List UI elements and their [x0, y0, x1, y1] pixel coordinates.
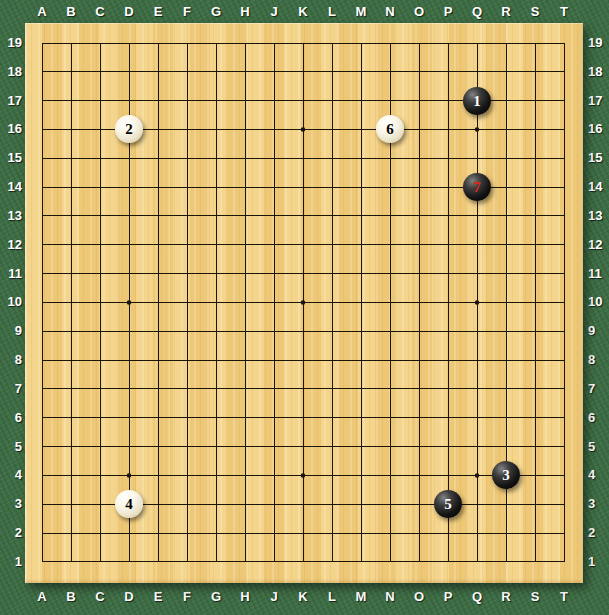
- stones-layer: 1234567: [25, 23, 583, 583]
- coord-label-top-F: F: [177, 4, 197, 20]
- coord-label-bottom-T: T: [554, 589, 574, 605]
- coord-label-right-2: 2: [586, 525, 609, 541]
- coord-label-right-10: 10: [586, 294, 609, 310]
- coord-label-bottom-N: N: [380, 589, 400, 605]
- coord-label-top-P: P: [438, 4, 458, 20]
- coord-label-bottom-O: O: [409, 589, 429, 605]
- coord-label-top-M: M: [351, 4, 371, 20]
- coord-label-left-18: 18: [0, 64, 22, 80]
- coord-label-bottom-H: H: [235, 589, 255, 605]
- coord-label-top-O: O: [409, 4, 429, 20]
- coord-label-right-4: 4: [586, 467, 609, 483]
- coord-label-top-N: N: [380, 4, 400, 20]
- coord-label-top-Q: Q: [467, 4, 487, 20]
- move-6-stone-white-n16: 6: [376, 115, 404, 143]
- coord-label-top-C: C: [90, 4, 110, 20]
- move-number-label: 6: [386, 121, 394, 137]
- coord-label-left-4: 4: [0, 467, 22, 483]
- move-5-stone-black-p3: 5: [434, 490, 462, 518]
- move-7-stone-black-q14: 7: [463, 173, 491, 201]
- coord-label-top-J: J: [264, 4, 284, 20]
- coord-label-bottom-C: C: [90, 589, 110, 605]
- coord-label-left-14: 14: [0, 179, 22, 195]
- coord-label-right-19: 19: [586, 35, 609, 51]
- coord-label-top-A: A: [32, 4, 52, 20]
- coord-label-left-8: 8: [0, 352, 22, 368]
- coord-label-bottom-F: F: [177, 589, 197, 605]
- coord-label-right-13: 13: [586, 208, 609, 224]
- coord-label-bottom-Q: Q: [467, 589, 487, 605]
- coord-label-bottom-R: R: [496, 589, 516, 605]
- coord-label-left-6: 6: [0, 410, 22, 426]
- coord-label-top-E: E: [148, 4, 168, 20]
- coord-label-left-1: 1: [0, 554, 22, 570]
- coord-label-bottom-S: S: [525, 589, 545, 605]
- coord-label-bottom-D: D: [119, 589, 139, 605]
- coord-label-right-1: 1: [586, 554, 609, 570]
- coord-label-top-T: T: [554, 4, 574, 20]
- coord-label-right-8: 8: [586, 352, 609, 368]
- coord-label-bottom-B: B: [61, 589, 81, 605]
- coord-label-right-5: 5: [586, 439, 609, 455]
- coord-label-top-S: S: [525, 4, 545, 20]
- coord-label-left-16: 16: [0, 121, 22, 137]
- coord-label-left-19: 19: [0, 35, 22, 51]
- coord-label-top-K: K: [293, 4, 313, 20]
- coord-label-bottom-E: E: [148, 589, 168, 605]
- coord-label-top-D: D: [119, 4, 139, 20]
- move-3-stone-black-r4: 3: [492, 461, 520, 489]
- coord-label-top-L: L: [322, 4, 342, 20]
- coord-label-right-12: 12: [586, 237, 609, 253]
- move-1-stone-black-q17: 1: [463, 87, 491, 115]
- coord-label-top-B: B: [61, 4, 81, 20]
- coord-label-right-6: 6: [586, 410, 609, 426]
- coord-label-left-17: 17: [0, 93, 22, 109]
- coord-label-left-12: 12: [0, 237, 22, 253]
- move-number-label: 1: [473, 93, 481, 109]
- coord-label-left-10: 10: [0, 294, 22, 310]
- move-number-label: 2: [125, 121, 133, 137]
- coord-label-right-3: 3: [586, 496, 609, 512]
- coord-label-bottom-K: K: [293, 589, 313, 605]
- coord-label-right-16: 16: [586, 121, 609, 137]
- move-4-stone-white-d3: 4: [115, 490, 143, 518]
- coord-label-left-5: 5: [0, 439, 22, 455]
- coord-label-right-9: 9: [586, 323, 609, 339]
- coord-label-bottom-J: J: [264, 589, 284, 605]
- go-game-view: ABCDEFGHJKLMNOPQRST ABCDEFGHJKLMNOPQRST …: [0, 0, 609, 615]
- coord-label-right-15: 15: [586, 150, 609, 166]
- coord-label-left-9: 9: [0, 323, 22, 339]
- coord-label-bottom-M: M: [351, 589, 371, 605]
- coord-label-bottom-A: A: [32, 589, 52, 605]
- go-board[interactable]: 1234567: [25, 23, 583, 583]
- coord-label-left-15: 15: [0, 150, 22, 166]
- coord-label-bottom-G: G: [206, 589, 226, 605]
- move-number-label: 3: [502, 467, 510, 483]
- coord-label-left-3: 3: [0, 496, 22, 512]
- coord-label-left-13: 13: [0, 208, 22, 224]
- coord-label-top-R: R: [496, 4, 516, 20]
- coord-label-right-11: 11: [586, 266, 609, 282]
- coord-label-left-11: 11: [0, 266, 22, 282]
- coord-label-top-G: G: [206, 4, 226, 20]
- coord-label-left-2: 2: [0, 525, 22, 541]
- coord-label-right-14: 14: [586, 179, 609, 195]
- coord-label-right-18: 18: [586, 64, 609, 80]
- coord-label-right-17: 17: [586, 93, 609, 109]
- coord-label-left-7: 7: [0, 381, 22, 397]
- move-number-label: 5: [444, 496, 452, 512]
- coord-label-bottom-L: L: [322, 589, 342, 605]
- coord-label-bottom-P: P: [438, 589, 458, 605]
- coord-label-right-7: 7: [586, 381, 609, 397]
- coord-label-top-H: H: [235, 4, 255, 20]
- move-2-stone-white-d16: 2: [115, 115, 143, 143]
- move-number-label: 4: [125, 496, 133, 512]
- move-number-label: 7: [473, 179, 481, 195]
